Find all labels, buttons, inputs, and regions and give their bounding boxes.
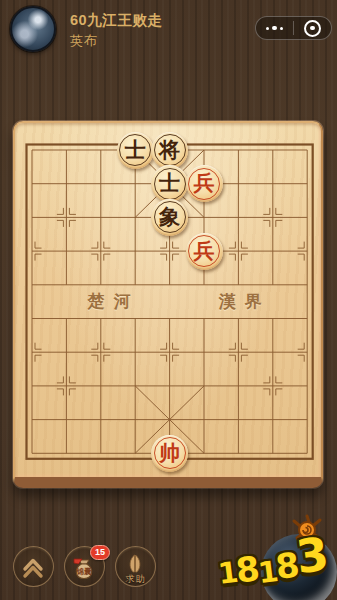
piece-red-pawn-f1[interactable]: 兵	[186, 165, 223, 202]
avatar[interactable]	[10, 6, 56, 52]
chevron-up-icon	[14, 547, 52, 585]
app-screen: 60九江王败走 英布 楚河 漢界 士将士兵象兵帅 锦囊	[0, 0, 337, 600]
dot-icon	[272, 26, 277, 31]
dot-icon	[280, 27, 283, 30]
xiangqi-board[interactable]: 楚河 漢界 士将士兵象兵帅	[13, 121, 323, 488]
level-title: 60九江王败走	[70, 11, 162, 30]
piece-black-advisor-e1[interactable]: 士	[151, 165, 188, 202]
menu-button[interactable]	[13, 546, 54, 587]
river-label-left: 楚河	[71, 290, 147, 313]
watermark-18183: 18183	[217, 508, 337, 600]
dot-icon	[266, 27, 269, 30]
help-label: 求助	[115, 573, 156, 586]
svg-text:锦囊: 锦囊	[76, 567, 93, 576]
close-minimize-button[interactable]	[294, 17, 331, 39]
piece-red-pawn-f3[interactable]: 兵	[186, 233, 223, 270]
miniprogram-capsule	[255, 16, 332, 40]
level-subtitle: 英布	[70, 32, 98, 50]
more-button[interactable]	[256, 17, 293, 39]
piece-black-elephant-e2[interactable]: 象	[151, 199, 188, 236]
target-circle-icon	[304, 20, 321, 37]
piece-black-general-e0[interactable]: 将	[151, 132, 188, 169]
hint-count-badge: 15	[90, 545, 110, 560]
piece-red-general-e9[interactable]: 帅	[151, 435, 188, 472]
piece-black-advisor-d0[interactable]: 士	[117, 132, 154, 169]
river-label-right: 漢界	[202, 290, 278, 313]
